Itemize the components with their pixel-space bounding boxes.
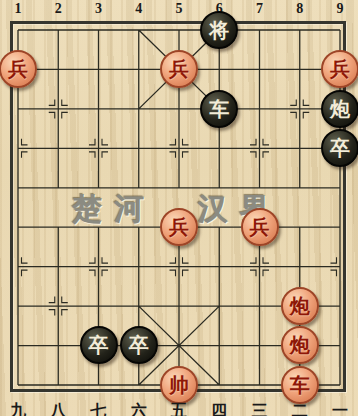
file-label-bottom-1: 九: [8, 401, 28, 416]
pieces-layer[interactable]: 将兵兵兵车炮卒兵兵炮卒卒炮帅车: [0, 10, 358, 404]
file-label-bottom-5: 五: [169, 401, 189, 416]
piece-black-cannon[interactable]: 炮: [321, 90, 358, 128]
piece-black-chariot[interactable]: 车: [200, 90, 238, 128]
piece-red-cannon[interactable]: 炮: [281, 326, 319, 364]
file-label-bottom-9: 一: [330, 401, 350, 416]
file-label-bottom-3: 七: [89, 401, 109, 416]
file-label-bottom-4: 六: [129, 401, 149, 416]
piece-red-soldier[interactable]: 兵: [241, 208, 279, 246]
piece-red-chariot[interactable]: 车: [281, 366, 319, 404]
piece-red-soldier[interactable]: 兵: [160, 208, 198, 246]
piece-red-soldier[interactable]: 兵: [321, 50, 358, 88]
file-label-bottom-8: 二: [290, 401, 310, 416]
piece-black-soldier[interactable]: 卒: [80, 326, 118, 364]
piece-red-soldier[interactable]: 兵: [160, 50, 198, 88]
file-label-bottom-7: 三: [250, 401, 270, 416]
file-label-bottom-2: 八: [48, 401, 68, 416]
piece-red-general[interactable]: 帅: [160, 366, 198, 404]
piece-black-soldier[interactable]: 卒: [321, 129, 358, 167]
piece-red-soldier[interactable]: 兵: [0, 50, 37, 88]
piece-red-cannon[interactable]: 炮: [281, 287, 319, 325]
xiangqi-board[interactable]: 123456789 楚河 汉界 将兵兵兵车炮卒兵兵炮卒卒炮帅车 九八七六五四三二…: [0, 0, 358, 416]
piece-black-general[interactable]: 将: [200, 11, 238, 49]
piece-black-soldier[interactable]: 卒: [120, 326, 158, 364]
file-label-bottom-6: 四: [209, 401, 229, 416]
